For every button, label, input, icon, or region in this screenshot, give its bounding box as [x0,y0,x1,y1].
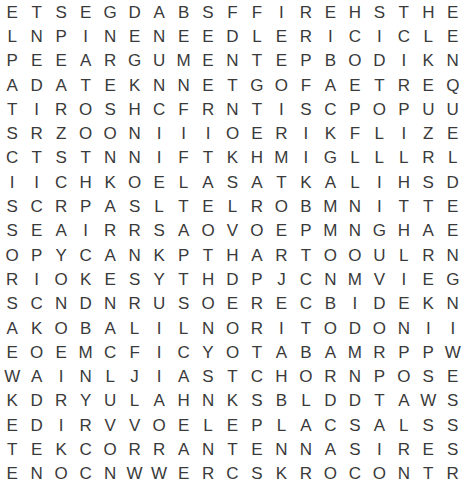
grid-cell-r8c10[interactable]: S [220,170,244,194]
grid-cell-r2c16[interactable]: I [367,24,391,48]
grid-cell-r20c3[interactable]: O [49,462,73,486]
grid-cell-r6c1[interactable]: S [0,121,24,145]
grid-cell-r19c12[interactable]: N [269,437,293,461]
grid-cell-r16c2[interactable]: A [24,364,48,388]
grid-cell-r4c9[interactable]: E [196,73,220,97]
grid-cell-r8c12[interactable]: T [269,170,293,194]
grid-cell-r6c7[interactable]: I [147,121,171,145]
grid-cell-r7c14[interactable]: G [318,146,342,170]
grid-cell-r19c17[interactable]: R [392,437,416,461]
grid-cell-r16c5[interactable]: L [98,364,122,388]
grid-cell-r15c18[interactable]: P [416,340,440,364]
grid-cell-r3c13[interactable]: P [294,49,318,73]
grid-cell-r9c17[interactable]: T [392,194,416,218]
grid-cell-r14c16[interactable]: O [367,316,391,340]
grid-cell-r3c2[interactable]: E [24,49,48,73]
grid-cell-r4c7[interactable]: N [147,73,171,97]
grid-cell-r11c10[interactable]: H [220,243,244,267]
grid-cell-r6c2[interactable]: R [24,121,48,145]
grid-cell-r13c5[interactable]: N [98,292,122,316]
grid-cell-r20c8[interactable]: E [171,462,195,486]
grid-cell-r14c17[interactable]: N [392,316,416,340]
grid-cell-r4c1[interactable]: A [0,73,24,97]
grid-cell-r17c5[interactable]: U [98,389,122,413]
grid-cell-r3c17[interactable]: I [392,49,416,73]
grid-cell-r12c16[interactable]: V [367,267,391,291]
grid-cell-r7c4[interactable]: T [73,146,97,170]
grid-cell-r16c3[interactable]: I [49,364,73,388]
grid-cell-r13c3[interactable]: N [49,292,73,316]
grid-cell-r13c6[interactable]: R [122,292,146,316]
grid-cell-r3c15[interactable]: O [343,49,367,73]
grid-cell-r18c13[interactable]: A [294,413,318,437]
grid-cell-r10c16[interactable]: G [367,219,391,243]
grid-cell-r11c2[interactable]: P [24,243,48,267]
grid-cell-r20c1[interactable]: E [0,462,24,486]
grid-cell-r8c11[interactable]: A [245,170,269,194]
grid-cell-r7c8[interactable]: F [171,146,195,170]
grid-cell-r7c10[interactable]: K [220,146,244,170]
grid-cell-r16c16[interactable]: P [367,364,391,388]
grid-cell-r13c11[interactable]: R [245,292,269,316]
grid-cell-r8c6[interactable]: O [122,170,146,194]
grid-cell-r13c14[interactable]: B [318,292,342,316]
grid-cell-r15c7[interactable]: I [147,340,171,364]
grid-cell-r4c2[interactable]: D [24,73,48,97]
grid-cell-r13c17[interactable]: E [392,292,416,316]
grid-cell-r15c14[interactable]: A [318,340,342,364]
grid-cell-r16c8[interactable]: A [171,364,195,388]
grid-cell-r8c17[interactable]: H [392,170,416,194]
grid-cell-r17c16[interactable]: T [367,389,391,413]
grid-cell-r2c15[interactable]: C [343,24,367,48]
grid-cell-r8c19[interactable]: D [441,170,465,194]
grid-cell-r15c12[interactable]: A [269,340,293,364]
grid-cell-r4c6[interactable]: K [122,73,146,97]
grid-cell-r5c11[interactable]: T [245,97,269,121]
grid-cell-r18c6[interactable]: V [122,413,146,437]
grid-cell-r16c9[interactable]: S [196,364,220,388]
grid-cell-r12c13[interactable]: C [294,267,318,291]
grid-cell-r3c12[interactable]: E [269,49,293,73]
grid-cell-r6c14[interactable]: K [318,121,342,145]
grid-cell-r4c15[interactable]: E [343,73,367,97]
grid-cell-r5c19[interactable]: U [441,97,465,121]
grid-cell-r9c13[interactable]: B [294,194,318,218]
grid-cell-r19c6[interactable]: R [122,437,146,461]
grid-cell-r15c3[interactable]: E [49,340,73,364]
grid-cell-r12c18[interactable]: E [416,267,440,291]
grid-cell-r11c15[interactable]: O [343,243,367,267]
grid-cell-r19c15[interactable]: S [343,437,367,461]
grid-cell-r2c12[interactable]: E [269,24,293,48]
grid-cell-r1c10[interactable]: F [220,0,244,24]
grid-cell-r10c18[interactable]: A [416,219,440,243]
grid-cell-r19c13[interactable]: N [294,437,318,461]
grid-cell-r16c4[interactable]: N [73,364,97,388]
grid-cell-r5c6[interactable]: H [122,97,146,121]
grid-cell-r20c4[interactable]: C [73,462,97,486]
grid-cell-r10c15[interactable]: N [343,219,367,243]
grid-cell-r7c11[interactable]: H [245,146,269,170]
grid-cell-r17c14[interactable]: D [318,389,342,413]
grid-cell-r7c17[interactable]: L [392,146,416,170]
grid-cell-r18c8[interactable]: E [171,413,195,437]
grid-cell-r12c1[interactable]: R [0,267,24,291]
grid-cell-r15c4[interactable]: M [73,340,97,364]
grid-cell-r19c11[interactable]: E [245,437,269,461]
grid-cell-r5c18[interactable]: U [416,97,440,121]
grid-cell-r14c12[interactable]: I [269,316,293,340]
grid-cell-r16c15[interactable]: N [343,364,367,388]
grid-cell-r9c2[interactable]: C [24,194,48,218]
grid-cell-r7c12[interactable]: M [269,146,293,170]
grid-cell-r18c1[interactable]: E [0,413,24,437]
grid-cell-r1c2[interactable]: T [24,0,48,24]
grid-cell-r10c17[interactable]: H [392,219,416,243]
grid-cell-r20c12[interactable]: K [269,462,293,486]
grid-cell-r8c1[interactable]: I [0,170,24,194]
grid-cell-r19c1[interactable]: T [0,437,24,461]
grid-cell-r6c16[interactable]: L [367,121,391,145]
grid-cell-r18c9[interactable]: L [196,413,220,437]
grid-cell-r15c11[interactable]: T [245,340,269,364]
grid-cell-r12c14[interactable]: N [318,267,342,291]
grid-cell-r15c1[interactable]: E [0,340,24,364]
grid-cell-r2c18[interactable]: L [416,24,440,48]
grid-cell-r19c16[interactable]: I [367,437,391,461]
grid-cell-r3c8[interactable]: M [171,49,195,73]
grid-cell-r10c7[interactable]: S [147,219,171,243]
grid-cell-r5c16[interactable]: O [367,97,391,121]
grid-cell-r17c19[interactable]: S [441,389,465,413]
grid-cell-r18c7[interactable]: O [147,413,171,437]
grid-cell-r1c8[interactable]: B [171,0,195,24]
grid-cell-r6c4[interactable]: O [73,121,97,145]
grid-cell-r13c8[interactable]: S [171,292,195,316]
grid-cell-r19c3[interactable]: K [49,437,73,461]
grid-cell-r7c5[interactable]: N [98,146,122,170]
grid-cell-r11c9[interactable]: T [196,243,220,267]
grid-cell-r13c18[interactable]: K [416,292,440,316]
grid-cell-r20c7[interactable]: W [147,462,171,486]
grid-cell-r3c5[interactable]: R [98,49,122,73]
grid-cell-r18c12[interactable]: L [269,413,293,437]
grid-cell-r14c10[interactable]: O [220,316,244,340]
grid-cell-r10c2[interactable]: E [24,219,48,243]
grid-cell-r15c19[interactable]: W [441,340,465,364]
grid-cell-r4c13[interactable]: F [294,73,318,97]
grid-cell-r11c18[interactable]: R [416,243,440,267]
grid-cell-r8c18[interactable]: S [416,170,440,194]
grid-cell-r2c1[interactable]: L [0,24,24,48]
grid-cell-r11c13[interactable]: T [294,243,318,267]
grid-cell-r1c18[interactable]: H [416,0,440,24]
grid-cell-r15c15[interactable]: M [343,340,367,364]
grid-cell-r12c6[interactable]: S [122,267,146,291]
grid-cell-r19c7[interactable]: R [147,437,171,461]
grid-cell-r20c6[interactable]: W [122,462,146,486]
grid-cell-r10c9[interactable]: O [196,219,220,243]
grid-cell-r9c18[interactable]: T [416,194,440,218]
grid-cell-r2c13[interactable]: R [294,24,318,48]
grid-cell-r3c19[interactable]: N [441,49,465,73]
grid-cell-r7c2[interactable]: T [24,146,48,170]
grid-cell-r4c16[interactable]: T [367,73,391,97]
grid-cell-r6c15[interactable]: F [343,121,367,145]
grid-cell-r10c13[interactable]: P [294,219,318,243]
grid-cell-r14c1[interactable]: A [0,316,24,340]
grid-cell-r6c18[interactable]: Z [416,121,440,145]
grid-cell-r7c3[interactable]: S [49,146,73,170]
grid-cell-r18c14[interactable]: C [318,413,342,437]
grid-cell-r7c19[interactable]: L [441,146,465,170]
grid-cell-r10c19[interactable]: E [441,219,465,243]
grid-cell-r16c6[interactable]: J [122,364,146,388]
grid-cell-r11c6[interactable]: N [122,243,146,267]
grid-cell-r4c10[interactable]: T [220,73,244,97]
grid-cell-r17c17[interactable]: A [392,389,416,413]
grid-cell-r5c8[interactable]: F [171,97,195,121]
grid-cell-r2c14[interactable]: I [318,24,342,48]
grid-cell-r5c15[interactable]: P [343,97,367,121]
grid-cell-r11c3[interactable]: Y [49,243,73,267]
grid-cell-r5c5[interactable]: S [98,97,122,121]
grid-cell-r20c18[interactable]: T [416,462,440,486]
grid-cell-r14c3[interactable]: O [49,316,73,340]
grid-cell-r2c17[interactable]: C [392,24,416,48]
grid-cell-r14c6[interactable]: L [122,316,146,340]
grid-cell-r11c19[interactable]: N [441,243,465,267]
grid-cell-r3c16[interactable]: D [367,49,391,73]
grid-cell-r7c13[interactable]: I [294,146,318,170]
grid-cell-r7c7[interactable]: I [147,146,171,170]
grid-cell-r11c12[interactable]: R [269,243,293,267]
grid-cell-r14c8[interactable]: L [171,316,195,340]
grid-cell-r10c8[interactable]: A [171,219,195,243]
grid-cell-r1c19[interactable]: E [441,0,465,24]
grid-cell-r8c5[interactable]: K [98,170,122,194]
grid-cell-r19c19[interactable]: S [441,437,465,461]
grid-cell-r3c11[interactable]: T [245,49,269,73]
grid-cell-r2c7[interactable]: N [147,24,171,48]
grid-cell-r9c7[interactable]: L [147,194,171,218]
grid-cell-r1c5[interactable]: G [98,0,122,24]
grid-cell-r20c5[interactable]: N [98,462,122,486]
grid-cell-r17c7[interactable]: A [147,389,171,413]
grid-cell-r14c2[interactable]: K [24,316,48,340]
grid-cell-r16c19[interactable]: E [441,364,465,388]
grid-cell-r4c12[interactable]: O [269,73,293,97]
grid-cell-r13c7[interactable]: U [147,292,171,316]
grid-cell-r14c9[interactable]: N [196,316,220,340]
grid-cell-r8c9[interactable]: A [196,170,220,194]
grid-cell-r13c1[interactable]: S [0,292,24,316]
grid-cell-r6c11[interactable]: E [245,121,269,145]
grid-cell-r3c10[interactable]: N [220,49,244,73]
grid-cell-r1c17[interactable]: T [392,0,416,24]
grid-cell-r8c2[interactable]: I [24,170,48,194]
grid-cell-r2c11[interactable]: L [245,24,269,48]
grid-cell-r2c9[interactable]: E [196,24,220,48]
grid-cell-r7c1[interactable]: C [0,146,24,170]
grid-cell-r3c1[interactable]: P [0,49,24,73]
grid-cell-r8c4[interactable]: H [73,170,97,194]
grid-cell-r15c13[interactable]: B [294,340,318,364]
grid-cell-r8c3[interactable]: C [49,170,73,194]
grid-cell-r14c5[interactable]: A [98,316,122,340]
grid-cell-r5c3[interactable]: R [49,97,73,121]
grid-cell-r11c11[interactable]: A [245,243,269,267]
grid-cell-r17c6[interactable]: L [122,389,146,413]
grid-cell-r10c10[interactable]: V [220,219,244,243]
grid-cell-r1c14[interactable]: E [318,0,342,24]
grid-cell-r6c19[interactable]: E [441,121,465,145]
grid-cell-r16c10[interactable]: T [220,364,244,388]
grid-cell-r3c14[interactable]: B [318,49,342,73]
grid-cell-r7c16[interactable]: L [367,146,391,170]
grid-cell-r5c9[interactable]: R [196,97,220,121]
grid-cell-r20c19[interactable]: R [441,462,465,486]
grid-cell-r9c12[interactable]: O [269,194,293,218]
grid-cell-r8c14[interactable]: A [318,170,342,194]
grid-cell-r4c5[interactable]: E [98,73,122,97]
grid-cell-r10c12[interactable]: E [269,219,293,243]
grid-cell-r5c12[interactable]: I [269,97,293,121]
grid-cell-r20c10[interactable]: C [220,462,244,486]
grid-cell-r14c13[interactable]: T [294,316,318,340]
grid-cell-r14c15[interactable]: D [343,316,367,340]
grid-cell-r10c11[interactable]: O [245,219,269,243]
grid-cell-r11c5[interactable]: A [98,243,122,267]
grid-cell-r20c13[interactable]: R [294,462,318,486]
grid-cell-r5c13[interactable]: S [294,97,318,121]
grid-cell-r3c7[interactable]: U [147,49,171,73]
grid-cell-r10c5[interactable]: R [98,219,122,243]
grid-cell-r5c14[interactable]: C [318,97,342,121]
grid-cell-r12c2[interactable]: I [24,267,48,291]
grid-cell-r13c16[interactable]: D [367,292,391,316]
grid-cell-r12c12[interactable]: J [269,267,293,291]
grid-cell-r4c4[interactable]: T [73,73,97,97]
grid-cell-r13c12[interactable]: E [269,292,293,316]
grid-cell-r11c14[interactable]: O [318,243,342,267]
grid-cell-r10c14[interactable]: M [318,219,342,243]
grid-cell-r4c3[interactable]: A [49,73,73,97]
grid-cell-r4c8[interactable]: N [171,73,195,97]
grid-cell-r9c9[interactable]: E [196,194,220,218]
grid-cell-r19c5[interactable]: O [98,437,122,461]
grid-cell-r16c13[interactable]: O [294,364,318,388]
grid-cell-r13c9[interactable]: O [196,292,220,316]
grid-cell-r6c6[interactable]: N [122,121,146,145]
grid-cell-r12c9[interactable]: H [196,267,220,291]
grid-cell-r2c8[interactable]: E [171,24,195,48]
grid-cell-r18c3[interactable]: I [49,413,73,437]
grid-cell-r13c4[interactable]: D [73,292,97,316]
grid-cell-r12c8[interactable]: T [171,267,195,291]
grid-cell-r14c11[interactable]: R [245,316,269,340]
grid-cell-r17c4[interactable]: Y [73,389,97,413]
grid-cell-r11c1[interactable]: O [0,243,24,267]
grid-cell-r12c4[interactable]: K [73,267,97,291]
grid-cell-r12c17[interactable]: I [392,267,416,291]
grid-cell-r19c14[interactable]: A [318,437,342,461]
grid-cell-r17c1[interactable]: K [0,389,24,413]
grid-cell-r5c4[interactable]: O [73,97,97,121]
grid-cell-r19c9[interactable]: N [196,437,220,461]
grid-cell-r4c18[interactable]: E [416,73,440,97]
grid-cell-r15c5[interactable]: C [98,340,122,364]
grid-cell-r6c8[interactable]: I [171,121,195,145]
grid-cell-r2c5[interactable]: N [98,24,122,48]
grid-cell-r17c18[interactable]: W [416,389,440,413]
grid-cell-r16c7[interactable]: I [147,364,171,388]
grid-cell-r18c4[interactable]: R [73,413,97,437]
grid-cell-r9c10[interactable]: L [220,194,244,218]
grid-cell-r20c11[interactable]: S [245,462,269,486]
grid-cell-r19c18[interactable]: E [416,437,440,461]
grid-cell-r1c9[interactable]: S [196,0,220,24]
grid-cell-r18c2[interactable]: D [24,413,48,437]
grid-cell-r9c16[interactable]: I [367,194,391,218]
grid-cell-r20c14[interactable]: O [318,462,342,486]
grid-cell-r1c12[interactable]: I [269,0,293,24]
grid-cell-r16c14[interactable]: R [318,364,342,388]
grid-cell-r18c17[interactable]: L [392,413,416,437]
grid-cell-r9c14[interactable]: M [318,194,342,218]
grid-cell-r7c6[interactable]: N [122,146,146,170]
grid-cell-r6c9[interactable]: I [196,121,220,145]
grid-cell-r13c15[interactable]: I [343,292,367,316]
grid-cell-r17c8[interactable]: H [171,389,195,413]
grid-cell-r14c4[interactable]: B [73,316,97,340]
grid-cell-r5c17[interactable]: P [392,97,416,121]
grid-cell-r12c3[interactable]: O [49,267,73,291]
grid-cell-r1c11[interactable]: F [245,0,269,24]
grid-cell-r15c17[interactable]: P [392,340,416,364]
grid-cell-r6c17[interactable]: I [392,121,416,145]
grid-cell-r10c6[interactable]: R [122,219,146,243]
grid-cell-r9c19[interactable]: E [441,194,465,218]
grid-cell-r9c1[interactable]: S [0,194,24,218]
grid-cell-r8c7[interactable]: E [147,170,171,194]
grid-cell-r2c4[interactable]: I [73,24,97,48]
grid-cell-r18c16[interactable]: A [367,413,391,437]
grid-cell-r9c8[interactable]: T [171,194,195,218]
grid-cell-r2c10[interactable]: D [220,24,244,48]
grid-cell-r9c5[interactable]: A [98,194,122,218]
grid-cell-r13c10[interactable]: E [220,292,244,316]
grid-cell-r2c3[interactable]: P [49,24,73,48]
grid-cell-r14c7[interactable]: I [147,316,171,340]
grid-cell-r13c2[interactable]: C [24,292,48,316]
grid-cell-r16c12[interactable]: H [269,364,293,388]
grid-cell-r9c11[interactable]: R [245,194,269,218]
grid-cell-r2c2[interactable]: N [24,24,48,48]
grid-cell-r10c4[interactable]: I [73,219,97,243]
grid-cell-r16c17[interactable]: O [392,364,416,388]
grid-cell-r1c3[interactable]: S [49,0,73,24]
grid-cell-r3c6[interactable]: G [122,49,146,73]
grid-cell-r12c7[interactable]: Y [147,267,171,291]
grid-cell-r19c2[interactable]: E [24,437,48,461]
grid-cell-r17c15[interactable]: D [343,389,367,413]
grid-cell-r4c11[interactable]: G [245,73,269,97]
grid-cell-r11c4[interactable]: C [73,243,97,267]
grid-cell-r12c19[interactable]: G [441,267,465,291]
grid-cell-r13c19[interactable]: N [441,292,465,316]
